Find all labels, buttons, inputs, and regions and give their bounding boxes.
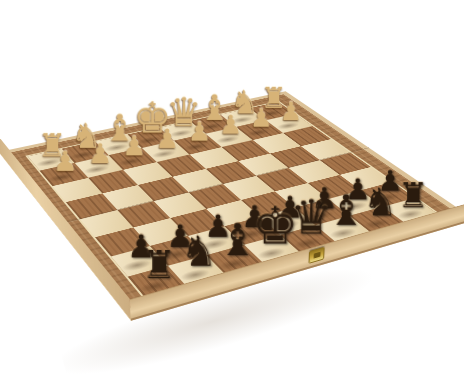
piece-shadow <box>305 209 338 222</box>
chess-board: ♜♞♝♚♛♝♞♜♟♟♟♟♟♟♟♟♟♟♟♟♟♟♟♟♜♞♝♚♛♝♞♜ <box>0 91 464 321</box>
brass-clasp <box>308 247 324 264</box>
clasp-keyhole <box>313 252 320 259</box>
piece-shadow <box>244 128 272 138</box>
piece-shadow <box>198 122 226 132</box>
piece-shadow <box>274 121 302 131</box>
white-rook-piece: ♜ <box>254 83 294 112</box>
black-rook-piece: ♜ <box>389 178 437 213</box>
piece-shadow <box>258 109 285 118</box>
white-king-piece: ♚ <box>131 97 173 139</box>
piece-shadow <box>339 200 371 213</box>
square-e5 <box>189 184 241 209</box>
chess-set-photo: ♜♞♝♚♛♝♞♜♟♟♟♟♟♟♟♟♟♟♟♟♟♟♟♟♜♞♝♚♛♝♞♜ <box>0 0 464 380</box>
square-b7: ♟ <box>328 190 383 215</box>
piece-shadow <box>102 142 131 152</box>
white-queen-piece: ♛ <box>163 93 205 132</box>
piece-shadow <box>46 172 77 184</box>
